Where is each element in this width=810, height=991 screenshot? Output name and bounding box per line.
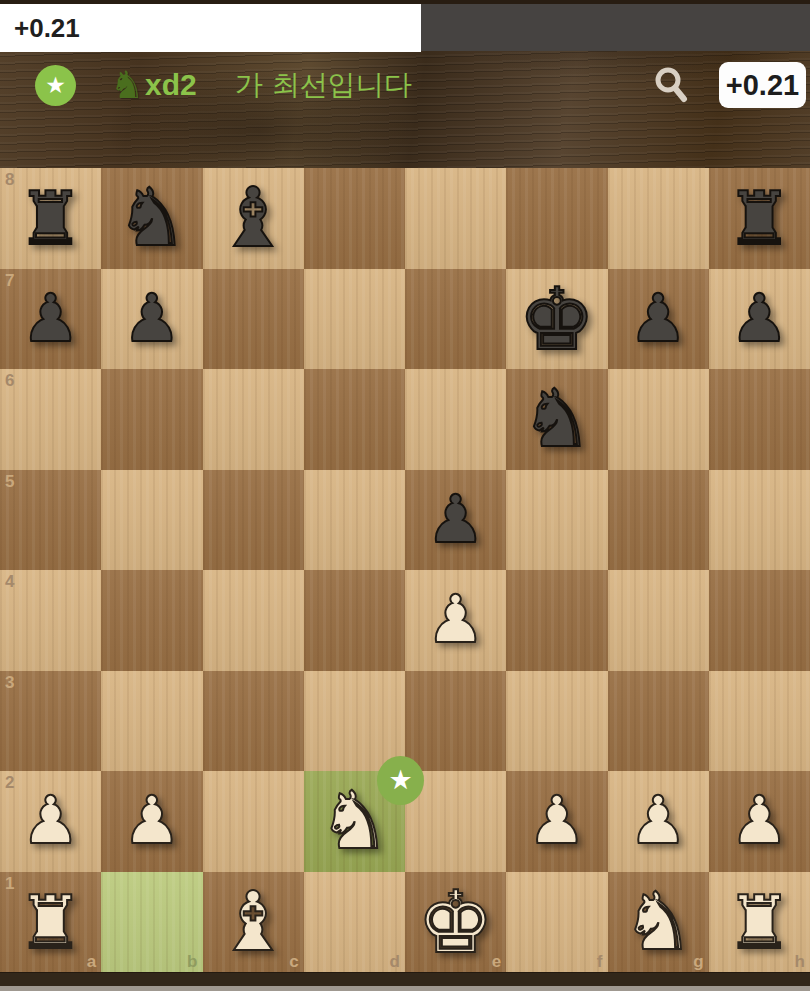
square-g4[interactable] xyxy=(608,570,709,671)
white-pawn-f2[interactable]: ♟︎ xyxy=(527,788,586,854)
evaluation-value: +0.21 xyxy=(14,13,80,43)
square-d6[interactable] xyxy=(304,369,405,470)
black-knight-b8[interactable]: ♞︎ xyxy=(116,178,188,258)
chess-board: 8♜︎♞︎♝︎♜︎7♟︎♟︎♚︎♟︎♟︎6♞︎5♟︎4♟︎32♟︎♟︎♞︎♟︎♟… xyxy=(0,168,810,972)
square-b1[interactable]: b xyxy=(101,872,202,973)
square-c5[interactable] xyxy=(203,470,304,571)
square-d1[interactable]: d xyxy=(304,872,405,973)
square-a7[interactable]: 7♟︎ xyxy=(0,269,101,370)
black-rook-a8[interactable]: ♜︎ xyxy=(17,181,83,255)
square-h3[interactable] xyxy=(709,671,810,772)
analysis-message-text: 가 최선입니다 xyxy=(235,71,412,99)
square-d7[interactable] xyxy=(304,269,405,370)
square-f1[interactable]: f xyxy=(506,872,607,973)
square-a1[interactable]: 1a♜︎ xyxy=(0,872,101,973)
square-a5[interactable]: 5 xyxy=(0,470,101,571)
evaluation-bar-remainder xyxy=(421,4,810,51)
white-pawn-h2[interactable]: ♟︎ xyxy=(730,788,789,854)
file-label-h: h xyxy=(795,953,805,970)
white-rook-h1[interactable]: ♜︎ xyxy=(726,885,792,959)
square-a8[interactable]: 8♜︎ xyxy=(0,168,101,269)
square-d3[interactable] xyxy=(304,671,405,772)
evaluation-badge-value: +0.21 xyxy=(726,69,799,102)
file-label-d: d xyxy=(390,953,400,970)
square-a6[interactable]: 6 xyxy=(0,369,101,470)
square-f4[interactable] xyxy=(506,570,607,671)
black-king-f7[interactable]: ♚︎ xyxy=(518,276,595,362)
square-c8[interactable]: ♝︎ xyxy=(203,168,304,269)
square-g1[interactable]: g♞︎ xyxy=(608,872,709,973)
square-h6[interactable] xyxy=(709,369,810,470)
square-c1[interactable]: c♝︎ xyxy=(203,872,304,973)
square-h2[interactable]: ♟︎ xyxy=(709,771,810,872)
square-g5[interactable] xyxy=(608,470,709,571)
black-pawn-g7[interactable]: ♟︎ xyxy=(629,286,688,352)
file-label-b: b xyxy=(187,953,197,970)
square-b3[interactable] xyxy=(101,671,202,772)
square-h4[interactable] xyxy=(709,570,810,671)
square-b5[interactable] xyxy=(101,470,202,571)
white-pawn-e4[interactable]: ♟︎ xyxy=(426,587,485,653)
square-b6[interactable] xyxy=(101,369,202,470)
square-h8[interactable]: ♜︎ xyxy=(709,168,810,269)
black-pawn-e5[interactable]: ♟︎ xyxy=(426,487,485,553)
square-f7[interactable]: ♚︎ xyxy=(506,269,607,370)
square-d8[interactable] xyxy=(304,168,405,269)
square-h1[interactable]: h♜︎ xyxy=(709,872,810,973)
black-rook-h8[interactable]: ♜︎ xyxy=(726,181,792,255)
white-pawn-a2[interactable]: ♟︎ xyxy=(21,788,80,854)
square-e5[interactable]: ♟︎ xyxy=(405,470,506,571)
analysis-message: ♞ xd2 가 최선입니다 xyxy=(110,60,412,110)
file-label-f: f xyxy=(597,953,603,970)
white-rook-a1[interactable]: ♜︎ xyxy=(17,885,83,959)
square-e1[interactable]: e♚︎ xyxy=(405,872,506,973)
square-h5[interactable] xyxy=(709,470,810,571)
square-c7[interactable] xyxy=(203,269,304,370)
square-g7[interactable]: ♟︎ xyxy=(608,269,709,370)
best-move-text: xd2 xyxy=(145,70,197,100)
square-e6[interactable] xyxy=(405,369,506,470)
board-bottom-frame xyxy=(0,972,810,986)
square-f8[interactable] xyxy=(506,168,607,269)
white-pawn-g2[interactable]: ♟︎ xyxy=(629,788,688,854)
square-a3[interactable]: 3 xyxy=(0,671,101,772)
knight-icon: ♞ xyxy=(110,66,144,104)
rank-label-4: 4 xyxy=(5,573,14,590)
black-pawn-a7[interactable]: ♟︎ xyxy=(21,286,80,352)
square-g3[interactable] xyxy=(608,671,709,772)
square-b2[interactable]: ♟︎ xyxy=(101,771,202,872)
rank-label-3: 3 xyxy=(5,674,14,691)
square-g6[interactable] xyxy=(608,369,709,470)
square-g8[interactable] xyxy=(608,168,709,269)
square-b7[interactable]: ♟︎ xyxy=(101,269,202,370)
star-glyph: ★ xyxy=(388,767,412,794)
white-knight-g1[interactable]: ♞︎ xyxy=(622,882,694,962)
square-e3[interactable] xyxy=(405,671,506,772)
square-a4[interactable]: 4 xyxy=(0,570,101,671)
file-label-g: g xyxy=(693,953,703,970)
white-pawn-b2[interactable]: ♟︎ xyxy=(122,788,181,854)
square-c2[interactable] xyxy=(203,771,304,872)
square-f3[interactable] xyxy=(506,671,607,772)
square-f2[interactable]: ♟︎ xyxy=(506,771,607,872)
search-icon[interactable] xyxy=(650,63,692,105)
white-king-e1[interactable]: ♚︎ xyxy=(417,879,494,965)
file-label-a: a xyxy=(87,953,96,970)
square-e4[interactable]: ♟︎ xyxy=(405,570,506,671)
white-bishop-c1[interactable]: ♝︎ xyxy=(216,881,290,963)
file-label-c: c xyxy=(289,953,298,970)
best-move-star-badge: ★ xyxy=(377,756,424,805)
square-d4[interactable] xyxy=(304,570,405,671)
rank-label-6: 6 xyxy=(5,372,14,389)
square-f6[interactable]: ♞︎ xyxy=(506,369,607,470)
best-move-star-icon: ★ xyxy=(35,65,76,106)
rank-label-2: 2 xyxy=(5,774,14,791)
square-b8[interactable]: ♞︎ xyxy=(101,168,202,269)
star-glyph: ★ xyxy=(45,74,66,97)
rank-label-7: 7 xyxy=(5,272,14,289)
black-knight-f6[interactable]: ♞︎ xyxy=(521,379,593,459)
bottom-edge-line xyxy=(0,986,810,991)
black-bishop-c8[interactable]: ♝︎ xyxy=(216,177,290,259)
square-e8[interactable] xyxy=(405,168,506,269)
square-b4[interactable] xyxy=(101,570,202,671)
square-c6[interactable] xyxy=(203,369,304,470)
square-d5[interactable] xyxy=(304,470,405,571)
wood-background: +0.21 ★ ♞ xd2 가 최선입니다 +0.21 xyxy=(0,0,810,168)
evaluation-bar: +0.21 xyxy=(0,4,421,52)
square-e7[interactable] xyxy=(405,269,506,370)
rank-label-5: 5 xyxy=(5,473,14,490)
square-h7[interactable]: ♟︎ xyxy=(709,269,810,370)
square-c3[interactable] xyxy=(203,671,304,772)
black-pawn-h7[interactable]: ♟︎ xyxy=(730,286,789,352)
black-pawn-b7[interactable]: ♟︎ xyxy=(122,286,181,352)
rank-label-8: 8 xyxy=(5,171,14,188)
square-c4[interactable] xyxy=(203,570,304,671)
square-g2[interactable]: ♟︎ xyxy=(608,771,709,872)
rank-label-1: 1 xyxy=(5,875,14,892)
evaluation-badge[interactable]: +0.21 xyxy=(719,62,806,108)
square-a2[interactable]: 2♟︎ xyxy=(0,771,101,872)
square-f5[interactable] xyxy=(506,470,607,571)
